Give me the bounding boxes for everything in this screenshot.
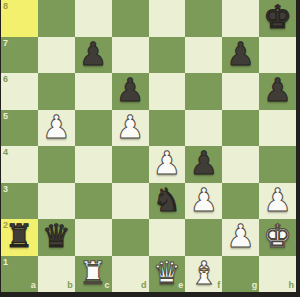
square-g5[interactable] bbox=[222, 110, 259, 147]
square-g7[interactable]: ♟ bbox=[222, 37, 259, 74]
square-e8[interactable] bbox=[149, 0, 186, 37]
square-d3[interactable] bbox=[112, 183, 149, 220]
square-a8[interactable]: 8 bbox=[1, 0, 38, 37]
square-g1[interactable]: g bbox=[222, 256, 259, 293]
square-c4[interactable] bbox=[75, 146, 112, 183]
square-b8[interactable] bbox=[38, 0, 75, 37]
square-c1[interactable]: c♜ bbox=[75, 256, 112, 293]
square-e5[interactable] bbox=[149, 110, 186, 147]
square-a1[interactable]: 1a bbox=[1, 256, 38, 293]
square-e3[interactable]: ♞ bbox=[149, 183, 186, 220]
file-label-g: g bbox=[252, 281, 258, 290]
rank-label-1: 1 bbox=[3, 258, 8, 267]
square-c8[interactable] bbox=[75, 0, 112, 37]
rank-label-4: 4 bbox=[3, 148, 8, 157]
file-label-d: d bbox=[141, 281, 147, 290]
square-a2[interactable]: 2♜ bbox=[1, 219, 38, 256]
square-h7[interactable] bbox=[259, 37, 296, 74]
square-b2[interactable]: ♛ bbox=[38, 219, 75, 256]
square-c5[interactable] bbox=[75, 110, 112, 147]
piece-white-pawn[interactable]: ♟ bbox=[153, 147, 182, 179]
square-g6[interactable] bbox=[222, 73, 259, 110]
square-f1[interactable]: f♝ bbox=[185, 256, 222, 293]
square-e4[interactable]: ♟ bbox=[149, 146, 186, 183]
piece-white-pawn[interactable]: ♟ bbox=[42, 111, 71, 143]
square-a7[interactable]: 7 bbox=[1, 37, 38, 74]
square-h3[interactable]: ♟ bbox=[259, 183, 296, 220]
rank-label-6: 6 bbox=[3, 75, 8, 84]
square-g3[interactable] bbox=[222, 183, 259, 220]
piece-black-pawn[interactable]: ♟ bbox=[79, 38, 108, 70]
square-c3[interactable] bbox=[75, 183, 112, 220]
square-a4[interactable]: 4 bbox=[1, 146, 38, 183]
square-a3[interactable]: 3 bbox=[1, 183, 38, 220]
square-e6[interactable] bbox=[149, 73, 186, 110]
square-d4[interactable] bbox=[112, 146, 149, 183]
file-label-b: b bbox=[67, 281, 73, 290]
square-f8[interactable] bbox=[185, 0, 222, 37]
piece-white-pawn[interactable]: ♟ bbox=[116, 111, 145, 143]
square-d1[interactable]: d bbox=[112, 256, 149, 293]
square-c7[interactable]: ♟ bbox=[75, 37, 112, 74]
piece-white-pawn[interactable]: ♟ bbox=[189, 184, 218, 216]
square-f6[interactable] bbox=[185, 73, 222, 110]
frame-edge-right bbox=[296, 0, 300, 297]
square-g2[interactable]: ♟ bbox=[222, 219, 259, 256]
square-h4[interactable] bbox=[259, 146, 296, 183]
square-c2[interactable] bbox=[75, 219, 112, 256]
piece-black-knight[interactable]: ♞ bbox=[153, 184, 182, 216]
piece-white-pawn[interactable]: ♟ bbox=[263, 184, 292, 216]
piece-white-bishop[interactable]: ♝ bbox=[189, 257, 218, 289]
piece-white-pawn[interactable]: ♟ bbox=[226, 220, 255, 252]
square-b6[interactable] bbox=[38, 73, 75, 110]
square-b3[interactable] bbox=[38, 183, 75, 220]
square-c6[interactable] bbox=[75, 73, 112, 110]
square-h8[interactable]: ♚ bbox=[259, 0, 296, 37]
piece-black-pawn[interactable]: ♟ bbox=[263, 74, 292, 106]
square-d7[interactable] bbox=[112, 37, 149, 74]
piece-white-king[interactable]: ♚ bbox=[263, 220, 292, 252]
piece-black-king[interactable]: ♚ bbox=[263, 1, 292, 33]
rank-label-3: 3 bbox=[3, 185, 8, 194]
square-a5[interactable]: 5 bbox=[1, 110, 38, 147]
piece-black-pawn[interactable]: ♟ bbox=[189, 147, 218, 179]
square-f5[interactable] bbox=[185, 110, 222, 147]
chess-board: 8♚7♟♟6♟♟5♟♟4♟♟3♞♟♟2♜♛♟♚1abc♜de♛f♝gh bbox=[1, 0, 296, 292]
rank-label-5: 5 bbox=[3, 112, 8, 121]
square-f7[interactable] bbox=[185, 37, 222, 74]
frame-edge-bottom bbox=[0, 292, 300, 297]
rank-label-8: 8 bbox=[3, 2, 8, 11]
piece-black-queen[interactable]: ♛ bbox=[42, 220, 71, 252]
square-b4[interactable] bbox=[38, 146, 75, 183]
square-d2[interactable] bbox=[112, 219, 149, 256]
square-e7[interactable] bbox=[149, 37, 186, 74]
square-d6[interactable]: ♟ bbox=[112, 73, 149, 110]
square-e1[interactable]: e♛ bbox=[149, 256, 186, 293]
piece-black-rook[interactable]: ♜ bbox=[5, 220, 34, 252]
square-f2[interactable] bbox=[185, 219, 222, 256]
square-h5[interactable] bbox=[259, 110, 296, 147]
square-h1[interactable]: h bbox=[259, 256, 296, 293]
piece-black-pawn[interactable]: ♟ bbox=[226, 38, 255, 70]
square-f4[interactable]: ♟ bbox=[185, 146, 222, 183]
rank-label-7: 7 bbox=[3, 39, 8, 48]
piece-black-pawn[interactable]: ♟ bbox=[116, 74, 145, 106]
square-b1[interactable]: b bbox=[38, 256, 75, 293]
file-label-a: a bbox=[31, 281, 36, 290]
square-e2[interactable] bbox=[149, 219, 186, 256]
square-g4[interactable] bbox=[222, 146, 259, 183]
square-g8[interactable] bbox=[222, 0, 259, 37]
square-b7[interactable] bbox=[38, 37, 75, 74]
square-f3[interactable]: ♟ bbox=[185, 183, 222, 220]
square-d8[interactable] bbox=[112, 0, 149, 37]
file-label-h: h bbox=[289, 281, 295, 290]
square-a6[interactable]: 6 bbox=[1, 73, 38, 110]
square-d5[interactable]: ♟ bbox=[112, 110, 149, 147]
square-b5[interactable]: ♟ bbox=[38, 110, 75, 147]
piece-white-queen[interactable]: ♛ bbox=[153, 257, 182, 289]
square-h6[interactable]: ♟ bbox=[259, 73, 296, 110]
square-h2[interactable]: ♚ bbox=[259, 219, 296, 256]
piece-white-rook[interactable]: ♜ bbox=[79, 257, 108, 289]
